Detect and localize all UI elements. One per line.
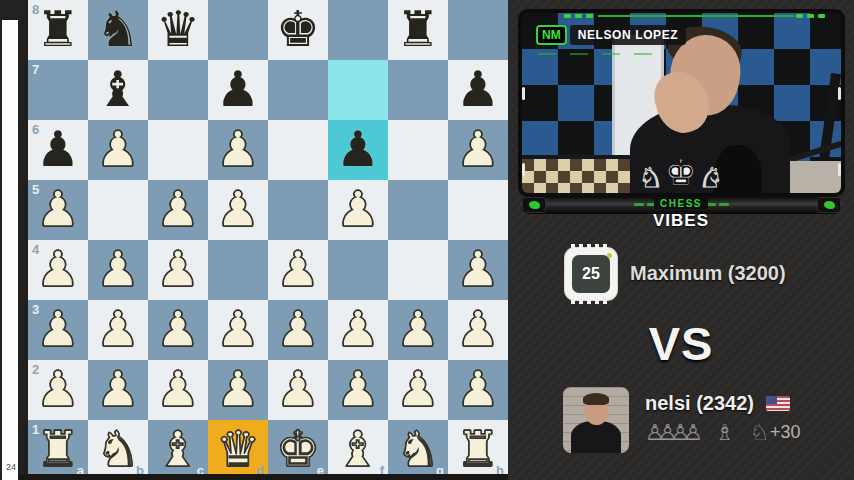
frame-notch [522, 87, 525, 100]
title-badge: NM [536, 25, 567, 45]
white-pawn: ♟ [148, 240, 208, 300]
square-g3[interactable]: ♟ [388, 300, 448, 360]
square-e4[interactable]: ♟ [268, 240, 328, 300]
square-h5[interactable] [448, 180, 508, 240]
square-e3[interactable]: ♟ [268, 300, 328, 360]
white-knight: ♞ [88, 420, 148, 480]
engine-level: 25 [572, 255, 610, 293]
white-pawn: ♟ [448, 360, 508, 420]
square-a6[interactable]: 6♟ [28, 120, 88, 180]
square-f4[interactable] [328, 240, 388, 300]
square-f2[interactable]: ♟ [328, 360, 388, 420]
page-number: 24 [6, 462, 16, 472]
white-pawn: ♟ [268, 240, 328, 300]
black-pawn: ♟ [208, 60, 268, 120]
square-e7[interactable] [268, 60, 328, 120]
logo-knight-icon: ♞ [699, 164, 723, 191]
square-d1[interactable]: d♛ [208, 420, 268, 480]
white-pawn: ♟ [28, 360, 88, 420]
white-bishop: ♝ [328, 420, 388, 480]
square-e1[interactable]: e♚ [268, 420, 328, 480]
square-d4[interactable] [208, 240, 268, 300]
green-underline-dashes [538, 53, 652, 55]
engine-name: Maximum (3200) [630, 262, 786, 285]
black-knight: ♞ [88, 0, 148, 60]
white-pawn: ♟ [88, 300, 148, 360]
logo-text-vibes: VIBES [626, 212, 736, 229]
opponent-name: nelsi (2342) [645, 392, 754, 415]
square-c4[interactable]: ♟ [148, 240, 208, 300]
square-h7[interactable]: ♟ [448, 60, 508, 120]
engine-player-row: 25 Maximum (3200) [508, 248, 854, 302]
square-b1[interactable]: b♞ [88, 420, 148, 480]
rank-label-7: 7 [32, 63, 39, 76]
black-pawn: ♟ [328, 120, 388, 180]
opponent-avatar [563, 387, 629, 453]
material-advantage: +30 [770, 422, 801, 443]
captured-bishop: ♗ [715, 420, 735, 446]
black-pawn: ♟ [448, 60, 508, 120]
white-rook: ♜ [448, 420, 508, 480]
square-a8[interactable]: 8♜ [28, 0, 88, 60]
green-dashes-right [796, 14, 825, 18]
square-c1[interactable]: c♝ [148, 420, 208, 480]
white-pawn: ♟ [328, 180, 388, 240]
square-b4[interactable]: ♟ [88, 240, 148, 300]
frame-notch [838, 163, 841, 176]
square-h1[interactable]: h♜ [448, 420, 508, 480]
captured-pieces: ♙♙♙♙ ♗ ♘ [645, 420, 777, 446]
square-b6[interactable]: ♟ [88, 120, 148, 180]
square-a7[interactable]: 7 [28, 60, 88, 120]
square-e2[interactable]: ♟ [268, 360, 328, 420]
black-pawn: ♟ [28, 120, 88, 180]
square-f6[interactable]: ♟ [328, 120, 388, 180]
logo-king-icon: ♚ [665, 155, 697, 191]
square-a4[interactable]: 4♟ [28, 240, 88, 300]
white-king: ♚ [268, 420, 328, 480]
square-a5[interactable]: 5♟ [28, 180, 88, 240]
square-b3[interactable]: ♟ [88, 300, 148, 360]
square-d7[interactable]: ♟ [208, 60, 268, 120]
white-pawn: ♟ [28, 180, 88, 240]
square-d2[interactable]: ♟ [208, 360, 268, 420]
white-pawn: ♟ [448, 240, 508, 300]
white-pawn: ♟ [388, 360, 448, 420]
chess-vibes-logo: ♞ ♚ ♞ CHESS VIBES [626, 155, 736, 229]
square-f5[interactable]: ♟ [328, 180, 388, 240]
white-pawn: ♟ [148, 180, 208, 240]
black-rook: ♜ [388, 0, 448, 60]
white-pawn: ♟ [268, 300, 328, 360]
white-pawn: ♟ [208, 180, 268, 240]
opponent-player-row: nelsi (2342) ♙♙♙♙ ♗ ♘ +30 [508, 386, 854, 456]
green-dashes-left [564, 14, 593, 18]
white-pawn: ♟ [328, 300, 388, 360]
square-c8[interactable]: ♛ [148, 0, 208, 60]
black-bishop: ♝ [88, 60, 148, 120]
white-pawn: ♟ [268, 360, 328, 420]
square-f1[interactable]: f♝ [328, 420, 388, 480]
streamer-name-tag: NM NELSON LOPEZ [536, 25, 686, 45]
white-pawn: ♟ [208, 360, 268, 420]
logo-text-chess: CHESS [654, 198, 708, 209]
square-c2[interactable]: ♟ [148, 360, 208, 420]
frame-notch [522, 163, 525, 176]
black-queen: ♛ [148, 0, 208, 60]
white-pawn: ♟ [148, 360, 208, 420]
white-pawn: ♟ [88, 120, 148, 180]
streamer-name: NELSON LOPEZ [570, 25, 687, 45]
square-a3[interactable]: 3♟ [28, 300, 88, 360]
square-h2[interactable]: ♟ [448, 360, 508, 420]
white-bishop: ♝ [148, 420, 208, 480]
square-c5[interactable]: ♟ [148, 180, 208, 240]
black-king: ♚ [268, 0, 328, 60]
square-e5[interactable] [268, 180, 328, 240]
stream-screenshot: 24 8♜♞♛♚♜7♝♟♟6♟♟♟♟♟5♟♟♟♟4♟♟♟♟♟3♟♟♟♟♟♟♟♟2… [0, 0, 854, 480]
square-f8[interactable] [328, 0, 388, 60]
captured-pawns: ♙♙♙♙ [645, 420, 696, 446]
square-h4[interactable]: ♟ [448, 240, 508, 300]
white-pawn: ♟ [328, 360, 388, 420]
engine-chip-icon: 25 [565, 248, 617, 300]
square-b2[interactable]: ♟ [88, 360, 148, 420]
square-g1[interactable]: g♞ [388, 420, 448, 480]
chess-board: 8♜♞♛♚♜7♝♟♟6♟♟♟♟♟5♟♟♟♟4♟♟♟♟♟3♟♟♟♟♟♟♟♟2♟♟♟… [28, 0, 508, 480]
square-b8[interactable]: ♞ [88, 0, 148, 60]
square-g5[interactable] [388, 180, 448, 240]
white-rook: ♜ [28, 420, 88, 480]
square-g2[interactable]: ♟ [388, 360, 448, 420]
stream-panel: NM NELSON LOPEZ ♞ ♚ ♞ CHESS VIBES 25 [508, 0, 854, 480]
white-pawn: ♟ [448, 300, 508, 360]
square-g4[interactable] [388, 240, 448, 300]
white-pawn: ♟ [208, 300, 268, 360]
black-rook: ♜ [28, 0, 88, 60]
chip-dot [607, 253, 612, 258]
side-strip: 24 [2, 20, 18, 480]
frame-notch [838, 87, 841, 100]
square-c3[interactable]: ♟ [148, 300, 208, 360]
square-d8[interactable] [208, 0, 268, 60]
white-queen: ♛ [208, 420, 268, 480]
green-icon-left [522, 197, 546, 213]
square-f3[interactable]: ♟ [328, 300, 388, 360]
square-g7[interactable] [388, 60, 448, 120]
square-b5[interactable] [88, 180, 148, 240]
square-b7[interactable]: ♝ [88, 60, 148, 120]
us-flag-icon [766, 396, 790, 411]
square-d6[interactable]: ♟ [208, 120, 268, 180]
captured-knight: ♘ [750, 420, 770, 446]
square-e8[interactable]: ♚ [268, 0, 328, 60]
physical-chessboard [522, 159, 640, 193]
white-pawn: ♟ [28, 300, 88, 360]
white-pawn: ♟ [28, 240, 88, 300]
square-a2[interactable]: 2♟ [28, 360, 88, 420]
avatar-hair [583, 393, 609, 405]
logo-pieces: ♞ ♚ ♞ [626, 155, 736, 193]
square-g8[interactable]: ♜ [388, 0, 448, 60]
square-h8[interactable] [448, 0, 508, 60]
vs-label: VS [508, 316, 854, 371]
square-d3[interactable]: ♟ [208, 300, 268, 360]
white-knight: ♞ [388, 420, 448, 480]
logo-knight-icon: ♞ [639, 164, 663, 191]
white-pawn: ♟ [208, 120, 268, 180]
square-c6[interactable] [148, 120, 208, 180]
avatar-torso [571, 421, 621, 453]
square-g6[interactable] [388, 120, 448, 180]
white-pawn: ♟ [388, 300, 448, 360]
square-h6[interactable]: ♟ [448, 120, 508, 180]
white-pawn: ♟ [88, 240, 148, 300]
square-h3[interactable]: ♟ [448, 300, 508, 360]
green-icon-right [817, 197, 841, 213]
square-f7[interactable] [328, 60, 388, 120]
square-c7[interactable] [148, 60, 208, 120]
white-pawn: ♟ [88, 360, 148, 420]
white-pawn: ♟ [148, 300, 208, 360]
white-pawn: ♟ [448, 120, 508, 180]
square-d5[interactable]: ♟ [208, 180, 268, 240]
square-e6[interactable] [268, 120, 328, 180]
green-top-line [598, 15, 794, 17]
square-a1[interactable]: 1a♜ [28, 420, 88, 480]
